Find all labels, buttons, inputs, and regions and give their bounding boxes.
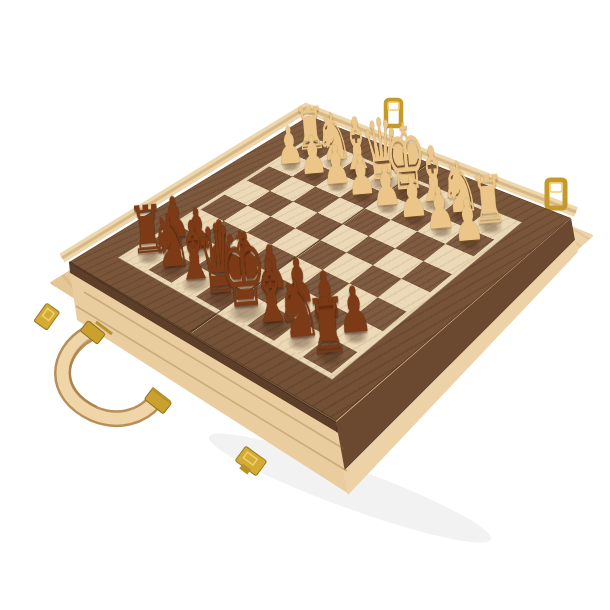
chess-case-photo: ♜♞♝♛♚♝♞♜♟♟♟♟♟♟♟♟♟♟♟♟♟♟♟♟♜♞♝♛♚♝♞♜ — [0, 0, 610, 610]
board-plane: ♜♞♝♛♚♝♞♜♟♟♟♟♟♟♟♟♟♟♟♟♟♟♟♟♜♞♝♛♚♝♞♜ — [69, 116, 571, 421]
piece-glyph: ♟ — [450, 190, 486, 251]
chess-board: ♜♞♝♛♚♝♞♜♟♟♟♟♟♟♟♟♟♟♟♟♟♟♟♟♜♞♝♛♚♝♞♜ — [69, 116, 571, 421]
piece-glyph: ♜ — [304, 287, 351, 366]
piece-layer: ♜♞♝♛♚♝♞♜♟♟♟♟♟♟♟♟♟♟♟♟♟♟♟♟♜♞♝♛♚♝♞♜ — [69, 116, 571, 421]
scene-rotation: ♜♞♝♛♚♝♞♜♟♟♟♟♟♟♟♟♟♟♟♟♟♟♟♟♜♞♝♛♚♝♞♜ — [0, 0, 610, 610]
